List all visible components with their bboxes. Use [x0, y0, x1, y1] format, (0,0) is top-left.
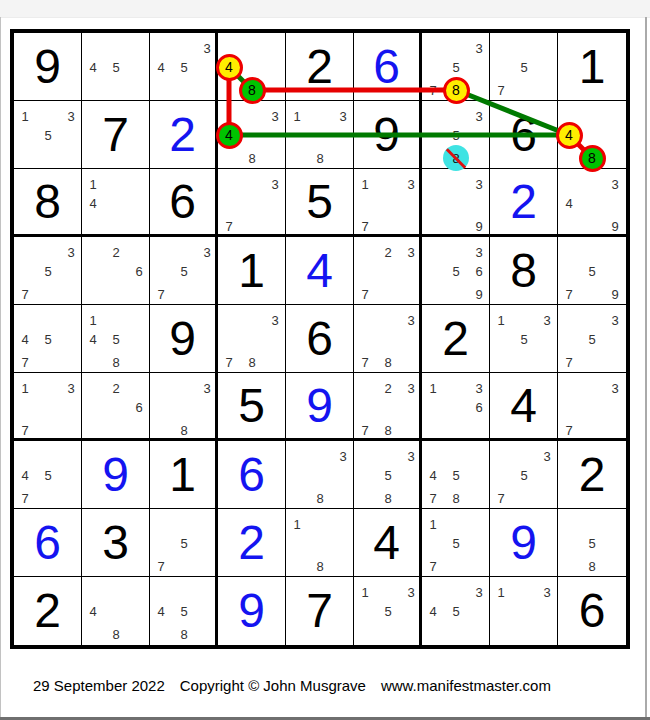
- candidate-mark: 5: [180, 604, 187, 619]
- candidate-mark: 2: [384, 245, 391, 260]
- candidate-mark: 1: [497, 313, 504, 328]
- cell-r9c4[interactable]: 9: [218, 577, 286, 645]
- solved-digit: 6: [218, 441, 285, 508]
- candidate-mark: 3: [67, 109, 74, 124]
- cell-r5c9[interactable]: 357: [558, 305, 626, 373]
- candidate-mark: 1: [21, 381, 28, 396]
- cell-r6c7[interactable]: 136: [422, 373, 490, 441]
- candidate-mark: 5: [180, 264, 187, 279]
- given-digit: 2: [558, 441, 626, 508]
- cell-r8c7[interactable]: 157: [422, 509, 490, 577]
- cell-r5c7[interactable]: 2: [422, 305, 490, 373]
- candidate-mark: 7: [497, 83, 504, 98]
- candidate-mark: 3: [271, 313, 278, 328]
- footer-copyright: Copyright © John Musgrave: [180, 677, 366, 694]
- given-digit: 1: [558, 33, 626, 100]
- candidate-mark: 1: [89, 313, 96, 328]
- given-digit: 6: [490, 101, 557, 168]
- cell-r3c7[interactable]: 39: [422, 169, 490, 237]
- candidate-mark: 5: [520, 60, 527, 75]
- candidate-mark: 5: [44, 332, 51, 347]
- given-digit: 3: [82, 509, 149, 576]
- cell-r2c2[interactable]: 7: [82, 101, 150, 169]
- candidate-mark: 1: [361, 585, 368, 600]
- candidate-mark: 6: [135, 264, 142, 279]
- candidate-mark: 5: [520, 468, 527, 483]
- candidate-mark: 3: [407, 177, 414, 192]
- candidate-mark: 8: [248, 151, 255, 166]
- footer-website: www.manifestmaster.com: [381, 677, 551, 694]
- cell-r6c1[interactable]: 137: [14, 373, 82, 441]
- candidate-mark: 3: [407, 245, 414, 260]
- candidate-mark: 7: [565, 287, 572, 302]
- cell-r3c8[interactable]: 2: [490, 169, 558, 237]
- candidate-mark: 7: [565, 423, 572, 438]
- cell-r1c3[interactable]: 345: [150, 33, 218, 101]
- candidate-mark: 2: [384, 381, 391, 396]
- candidate-mark: 4: [89, 604, 96, 619]
- cell-r3c4[interactable]: 37: [218, 169, 286, 237]
- chain-node-green: 8: [239, 77, 266, 104]
- cell-r9c9[interactable]: 6: [558, 577, 626, 645]
- solved-digit: 9: [82, 441, 149, 508]
- cell-r2c6[interactable]: 9: [354, 101, 422, 169]
- candidate-mark: 7: [565, 355, 572, 370]
- candidate-mark: 5: [588, 536, 595, 551]
- page-left-edge: [0, 17, 1, 720]
- cell-r6c8[interactable]: 4: [490, 373, 558, 441]
- cell-r9c2[interactable]: 48: [82, 577, 150, 645]
- candidate-mark: 1: [429, 381, 436, 396]
- given-digit: 9: [14, 33, 81, 100]
- cell-r9c7[interactable]: 345: [422, 577, 490, 645]
- given-digit: 5: [218, 373, 285, 438]
- cell-r7c1[interactable]: 457: [14, 441, 82, 509]
- candidate-mark: 8: [452, 491, 459, 506]
- given-digit: 7: [82, 101, 149, 168]
- candidate-mark: 1: [361, 177, 368, 192]
- candidate-mark: 8: [180, 627, 187, 642]
- given-digit: 6: [558, 577, 626, 645]
- candidate-mark: 3: [475, 177, 482, 192]
- candidate-mark: 9: [475, 287, 482, 302]
- candidate-mark: 5: [112, 60, 119, 75]
- cell-r3c5[interactable]: 5: [286, 169, 354, 237]
- cell-r4c5[interactable]: 4: [286, 237, 354, 305]
- candidate-mark: 8: [316, 151, 323, 166]
- footer-date: 29 September 2022: [33, 677, 165, 694]
- candidate-mark: 7: [21, 423, 28, 438]
- candidate-mark: 5: [384, 468, 391, 483]
- candidate-mark: 4: [429, 468, 436, 483]
- cell-r8c9[interactable]: 58: [558, 509, 626, 577]
- footer: 29 September 2022 Copyright © John Musgr…: [33, 677, 551, 694]
- candidate-mark: 5: [452, 536, 459, 551]
- given-digit: 2: [286, 33, 353, 100]
- cell-r2c8[interactable]: 6: [490, 101, 558, 169]
- candidate-mark: 1: [293, 109, 300, 124]
- cell-r7c8[interactable]: 357: [490, 441, 558, 509]
- candidate-mark: 8: [316, 559, 323, 574]
- cell-r7c3[interactable]: 1: [150, 441, 218, 509]
- candidate-mark: 3: [407, 449, 414, 464]
- candidate-mark: 3: [339, 109, 346, 124]
- cell-r4c2[interactable]: 26: [82, 237, 150, 305]
- given-digit: 9: [354, 101, 419, 168]
- candidate-mark: 9: [611, 219, 618, 234]
- chain-node-yellow: 4: [556, 122, 583, 149]
- cell-r4c1[interactable]: 357: [14, 237, 82, 305]
- cell-r6c3[interactable]: 38: [150, 373, 218, 441]
- candidate-mark: 3: [475, 381, 482, 396]
- cell-r9c6[interactable]: 135: [354, 577, 422, 645]
- candidate-mark: 5: [180, 536, 187, 551]
- cell-r9c1[interactable]: 2: [14, 577, 82, 645]
- cell-r5c5[interactable]: 6: [286, 305, 354, 373]
- cell-r5c6[interactable]: 378: [354, 305, 422, 373]
- candidate-mark: 7: [361, 287, 368, 302]
- candidate-mark: 3: [543, 585, 550, 600]
- candidate-mark: 3: [407, 585, 414, 600]
- candidate-mark: 8: [384, 423, 391, 438]
- cell-r5c8[interactable]: 135: [490, 305, 558, 373]
- cell-r8c1[interactable]: 6: [14, 509, 82, 577]
- cell-r2c3[interactable]: 2: [150, 101, 218, 169]
- cell-r5c4[interactable]: 378: [218, 305, 286, 373]
- candidate-mark: 7: [361, 355, 368, 370]
- candidate-mark: 7: [497, 491, 504, 506]
- candidate-mark: 7: [225, 219, 232, 234]
- candidate-mark: 3: [611, 381, 618, 396]
- cell-r3c6[interactable]: 137: [354, 169, 422, 237]
- page-right-edge: [645, 17, 647, 720]
- candidate-mark: 3: [611, 313, 618, 328]
- given-digit: 2: [14, 577, 81, 645]
- given-digit: 6: [286, 305, 353, 372]
- candidate-mark: 3: [271, 177, 278, 192]
- candidate-mark: 5: [588, 332, 595, 347]
- solved-digit: 6: [354, 33, 419, 100]
- given-digit: 4: [354, 509, 419, 576]
- solved-digit: 9: [218, 577, 285, 645]
- cell-r3c2[interactable]: 14: [82, 169, 150, 237]
- candidate-mark: 3: [339, 449, 346, 464]
- cell-r7c6[interactable]: 358: [354, 441, 422, 509]
- candidate-mark: 7: [157, 287, 164, 302]
- candidate-mark: 8: [180, 423, 187, 438]
- candidate-mark: 3: [475, 109, 482, 124]
- chain-node-green: 8: [579, 145, 606, 172]
- candidate-mark: 5: [588, 264, 595, 279]
- window-top-strip: [0, 0, 650, 18]
- candidate-mark: 5: [452, 604, 459, 619]
- candidate-mark: 7: [225, 355, 232, 370]
- candidate-mark: 9: [475, 219, 482, 234]
- candidate-mark: 8: [588, 559, 595, 574]
- candidate-mark: 4: [565, 196, 572, 211]
- candidate-mark: 7: [361, 423, 368, 438]
- candidate-mark: 1: [429, 517, 436, 532]
- candidate-mark: 3: [407, 313, 414, 328]
- cell-r4c9[interactable]: 579: [558, 237, 626, 305]
- cell-r7c7[interactable]: 4578: [422, 441, 490, 509]
- candidate-mark: 7: [361, 219, 368, 234]
- cell-r1c1[interactable]: 9: [14, 33, 82, 101]
- candidate-mark: 5: [452, 468, 459, 483]
- candidate-mark: 3: [611, 177, 618, 192]
- candidate-mark: 8: [112, 355, 119, 370]
- cell-r5c1[interactable]: 457: [14, 305, 82, 373]
- solved-digit: 2: [490, 169, 557, 234]
- solved-digit: 6: [14, 509, 81, 576]
- given-digit: 6: [150, 169, 215, 234]
- candidate-mark: 1: [89, 177, 96, 192]
- cell-r8c4[interactable]: 2: [218, 509, 286, 577]
- cell-r8c6[interactable]: 4: [354, 509, 422, 577]
- candidate-mark: 4: [89, 60, 96, 75]
- candidate-mark: 4: [157, 60, 164, 75]
- candidate-mark: 8: [248, 355, 255, 370]
- candidate-mark: 5: [452, 128, 459, 143]
- chain-node-yellow: 4: [216, 54, 243, 81]
- candidate-mark: 7: [429, 559, 436, 574]
- cell-r6c2[interactable]: 26: [82, 373, 150, 441]
- candidate-mark: 1: [293, 517, 300, 532]
- candidate-mark: 4: [89, 196, 96, 211]
- cell-r7c4[interactable]: 6: [218, 441, 286, 509]
- candidate-mark: 3: [475, 585, 482, 600]
- candidate-mark: 9: [611, 287, 618, 302]
- candidate-mark: 4: [89, 332, 96, 347]
- candidate-mark: 7: [21, 355, 28, 370]
- cell-r6c6[interactable]: 2378: [354, 373, 422, 441]
- solved-digit: 9: [286, 373, 353, 438]
- given-digit: 5: [286, 169, 353, 234]
- candidate-mark: 3: [543, 313, 550, 328]
- candidate-mark: 3: [271, 109, 278, 124]
- candidate-mark: 5: [44, 468, 51, 483]
- given-digit: 4: [490, 373, 557, 438]
- candidate-mark: 3: [203, 381, 210, 396]
- candidate-mark: 4: [429, 604, 436, 619]
- candidate-mark: 6: [475, 264, 482, 279]
- candidate-mark: 2: [112, 245, 119, 260]
- cell-r8c2[interactable]: 3: [82, 509, 150, 577]
- given-digit: 9: [150, 305, 215, 372]
- cell-r2c1[interactable]: 135: [14, 101, 82, 169]
- given-digit: 7: [286, 577, 353, 645]
- cell-r5c3[interactable]: 9: [150, 305, 218, 373]
- candidate-mark: 3: [543, 449, 550, 464]
- candidate-mark: 3: [475, 245, 482, 260]
- cell-r6c4[interactable]: 5: [218, 373, 286, 441]
- candidate-mark: 3: [67, 245, 74, 260]
- cell-r3c1[interactable]: 8: [14, 169, 82, 237]
- given-digit: 8: [14, 169, 81, 234]
- cell-r9c8[interactable]: 13: [490, 577, 558, 645]
- cell-r4c7[interactable]: 3569: [422, 237, 490, 305]
- candidate-mark: 6: [475, 400, 482, 415]
- cell-r1c9[interactable]: 1: [558, 33, 626, 101]
- cell-r7c9[interactable]: 2: [558, 441, 626, 509]
- candidate-mark: 7: [429, 491, 436, 506]
- sudoku-board: 9453452635757113572381389356814637513739…: [10, 29, 630, 649]
- solved-digit: 2: [150, 101, 215, 168]
- candidate-mark: 4: [21, 468, 28, 483]
- given-digit: 8: [490, 237, 557, 304]
- cell-r8c3[interactable]: 57: [150, 509, 218, 577]
- candidate-mark: 7: [21, 491, 28, 506]
- candidate-mark: 8: [384, 355, 391, 370]
- cell-r1c6[interactable]: 6: [354, 33, 422, 101]
- cell-r1c5[interactable]: 2: [286, 33, 354, 101]
- candidate-mark: 8: [112, 627, 119, 642]
- cell-r9c3[interactable]: 458: [150, 577, 218, 645]
- candidate-mark: 2: [112, 381, 119, 396]
- candidate-mark: 3: [203, 245, 210, 260]
- cell-r3c9[interactable]: 349: [558, 169, 626, 237]
- cell-r2c5[interactable]: 138: [286, 101, 354, 169]
- candidate-mark: 5: [520, 332, 527, 347]
- solved-digit: 2: [218, 509, 285, 576]
- cell-r8c8[interactable]: 9: [490, 509, 558, 577]
- cell-r4c6[interactable]: 237: [354, 237, 422, 305]
- cell-r6c9[interactable]: 37: [558, 373, 626, 441]
- candidate-mark: 5: [44, 264, 51, 279]
- candidate-mark: 4: [157, 604, 164, 619]
- candidate-mark: 3: [407, 381, 414, 396]
- chain-node-green: 4: [216, 122, 243, 149]
- given-digit: 1: [218, 237, 285, 304]
- page: 9453452635757113572381389356814637513739…: [0, 0, 650, 720]
- candidate-mark: 7: [21, 287, 28, 302]
- cell-r1c8[interactable]: 57: [490, 33, 558, 101]
- candidate-mark: 8: [384, 491, 391, 506]
- candidate-mark: 4: [21, 332, 28, 347]
- cell-r7c2[interactable]: 9: [82, 441, 150, 509]
- cell-r9c5[interactable]: 7: [286, 577, 354, 645]
- candidate-mark: 5: [112, 332, 119, 347]
- candidate-mark: 3: [203, 41, 210, 56]
- cell-r7c5[interactable]: 38: [286, 441, 354, 509]
- candidate-mark: 8: [316, 491, 323, 506]
- candidate-mark: 3: [67, 381, 74, 396]
- candidate-mark: 5: [180, 60, 187, 75]
- candidate-mark: 1: [497, 585, 504, 600]
- chain-node-yellow: 8: [443, 77, 470, 104]
- cell-r3c3[interactable]: 6: [150, 169, 218, 237]
- candidate-mark: 1: [21, 109, 28, 124]
- candidate-mark: 7: [157, 559, 164, 574]
- cell-r1c2[interactable]: 45: [82, 33, 150, 101]
- candidate-mark: 5: [384, 604, 391, 619]
- candidate-mark: 7: [429, 83, 436, 98]
- cell-r4c4[interactable]: 1: [218, 237, 286, 305]
- cell-r6c5[interactable]: 9: [286, 373, 354, 441]
- given-digit: 2: [422, 305, 489, 372]
- candidate-mark: 3: [475, 41, 482, 56]
- cell-r4c3[interactable]: 357: [150, 237, 218, 305]
- solved-digit: 4: [286, 237, 353, 304]
- given-digit: 1: [150, 441, 215, 508]
- solved-digit: 9: [490, 509, 557, 576]
- candidate-mark: 5: [452, 60, 459, 75]
- cell-r5c2[interactable]: 1458: [82, 305, 150, 373]
- candidate-mark: 5: [44, 128, 51, 143]
- cell-r8c5[interactable]: 18: [286, 509, 354, 577]
- candidate-mark: 6: [135, 400, 142, 415]
- cell-r4c8[interactable]: 8: [490, 237, 558, 305]
- candidate-mark: 5: [452, 264, 459, 279]
